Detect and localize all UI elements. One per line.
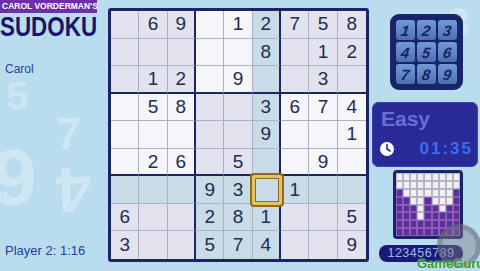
cell-r2c7[interactable] — [281, 39, 309, 67]
cell-r4c5[interactable] — [224, 94, 252, 122]
sudoku-grid: 691275881212935836749126599316281535749 — [111, 11, 366, 259]
numpad-button-9[interactable]: 9 — [438, 64, 457, 84]
cell-r9c3[interactable] — [168, 231, 196, 259]
player-name-label: Carol — [5, 62, 34, 76]
cell-r8c7[interactable] — [281, 204, 309, 232]
hist-cell-digit7-row6 — [439, 212, 446, 220]
cell-r4c4[interactable] — [196, 94, 224, 122]
cell-r6c4[interactable] — [196, 149, 224, 177]
cell-r4c2[interactable]: 5 — [139, 94, 167, 122]
numpad-digit: 1 — [400, 22, 411, 39]
cell-r5c7[interactable] — [281, 121, 309, 149]
cell-r4c6[interactable]: 3 — [253, 94, 281, 122]
numpad-digit: 5 — [421, 44, 432, 61]
numpad-digit: 2 — [421, 22, 432, 39]
hist-cell-digit5-row3 — [424, 189, 431, 197]
cell-r6c3[interactable]: 6 — [168, 149, 196, 177]
timer-row: 01:35 — [379, 139, 473, 159]
numpad-button-2[interactable]: 2 — [417, 20, 436, 40]
numpad-button-1[interactable]: 1 — [396, 20, 415, 40]
sudoku-board: 691275881212935836749126599316281535749 — [108, 8, 369, 262]
cell-r3c8[interactable]: 3 — [309, 66, 337, 94]
hist-cell-digit9-row2 — [453, 181, 460, 189]
cell-r6c7[interactable] — [281, 149, 309, 177]
hist-cell-digit5-row7 — [424, 220, 431, 228]
cell-r1c7[interactable]: 7 — [281, 11, 309, 39]
hist-cell-digit6-row2 — [432, 181, 439, 189]
hist-cell-digit5-row5 — [424, 205, 431, 213]
cell-r1c1[interactable] — [111, 11, 139, 39]
cell-r1c6[interactable]: 2 — [253, 11, 281, 39]
cell-r5c1[interactable] — [111, 121, 139, 149]
cell-r5c2[interactable] — [139, 121, 167, 149]
hist-cell-digit7-row5 — [439, 205, 446, 213]
game-screen: { "game": "sudoku", "position": "0690127… — [0, 0, 480, 271]
numpad-digit: 6 — [442, 44, 453, 61]
cell-r3c7[interactable] — [281, 66, 309, 94]
hist-cell-digit4-row1 — [417, 173, 424, 181]
hist-cell-digit2-row4 — [403, 197, 410, 205]
cell-r4c1[interactable] — [111, 94, 139, 122]
cell-r7c6[interactable] — [253, 176, 281, 204]
hist-cell-digit2-row5 — [403, 205, 410, 213]
hist-cell-digit6-row5 — [432, 205, 439, 213]
hist-cell-digit3-row8 — [410, 228, 417, 236]
cell-r1c8[interactable]: 5 — [309, 11, 337, 39]
hist-cell-digit7-row1 — [439, 173, 446, 181]
background-digit-9: 9 — [0, 138, 37, 218]
cell-r2c8[interactable]: 1 — [309, 39, 337, 67]
cell-r2c1[interactable] — [111, 39, 139, 67]
cell-r9c4[interactable]: 5 — [196, 231, 224, 259]
cell-r5c8[interactable] — [309, 121, 337, 149]
hist-cell-digit8-row1 — [446, 173, 453, 181]
hist-cell-digit7-row7 — [439, 220, 446, 228]
hist-cell-digit7-row3 — [439, 189, 446, 197]
numpad-digit: 4 — [400, 44, 411, 61]
hist-cell-digit4-row3 — [417, 189, 424, 197]
hist-cell-digit1-row6 — [396, 212, 403, 220]
hist-cell-digit3-row6 — [410, 212, 417, 220]
hist-cell-digit4-row4 — [417, 197, 424, 205]
cell-r4c9[interactable]: 4 — [338, 94, 366, 122]
cell-r1c5[interactable]: 1 — [224, 11, 252, 39]
cell-r3c5[interactable]: 9 — [224, 66, 252, 94]
numpad-digit: 3 — [442, 22, 453, 39]
hist-cell-digit3-row4 — [410, 197, 417, 205]
timer-value: 01:35 — [395, 139, 473, 159]
hist-cell-digit6-row4 — [432, 197, 439, 205]
gameguru-watermark: GameGuru — [417, 256, 480, 271]
hist-cell-digit2-row8 — [403, 228, 410, 236]
hist-cell-digit6-row3 — [432, 189, 439, 197]
digit-count-histogram — [393, 170, 463, 239]
hist-cell-digit7-row8 — [439, 228, 446, 236]
hist-cell-digit2-row3 — [403, 189, 410, 197]
hist-cell-digit1-row3 — [396, 189, 403, 197]
hist-cell-digit5-row2 — [424, 181, 431, 189]
numpad-button-3[interactable]: 3 — [438, 20, 457, 40]
info-panel: Easy 01:35 — [372, 102, 478, 167]
numpad-button-6[interactable]: 6 — [438, 42, 457, 62]
cell-r1c4[interactable] — [196, 11, 224, 39]
cell-r5c3[interactable] — [168, 121, 196, 149]
hist-cell-digit5-row4 — [424, 197, 431, 205]
hist-cell-digit9-row7 — [453, 220, 460, 228]
cell-r6c5[interactable]: 5 — [224, 149, 252, 177]
hist-cell-digit3-row5 — [410, 205, 417, 213]
hist-cell-digit8-row8 — [446, 228, 453, 236]
hist-cell-digit7-row4 — [439, 197, 446, 205]
cell-r5c9[interactable]: 1 — [338, 121, 366, 149]
cell-r9c6[interactable]: 4 — [253, 231, 281, 259]
hist-cell-digit6-row7 — [432, 220, 439, 228]
background-digit-4: 4 — [55, 157, 93, 222]
hist-cell-digit5-row8 — [424, 228, 431, 236]
cell-r7c1[interactable] — [111, 176, 139, 204]
hist-cell-digit9-row6 — [453, 212, 460, 220]
cell-r3c4[interactable] — [196, 66, 224, 94]
hist-cell-digit8-row2 — [446, 181, 453, 189]
cell-r7c3[interactable] — [168, 176, 196, 204]
number-pad: 123456789 — [390, 14, 463, 90]
cell-r2c2[interactable] — [139, 39, 167, 67]
hist-cell-digit1-row5 — [396, 205, 403, 213]
cell-r8c8[interactable] — [309, 204, 337, 232]
hist-cell-digit8-row7 — [446, 220, 453, 228]
hist-cell-digit5-row6 — [424, 212, 431, 220]
clock-icon — [379, 141, 395, 157]
hist-cell-digit2-row6 — [403, 212, 410, 220]
cell-r5c6[interactable]: 9 — [253, 121, 281, 149]
numpad-digit: 7 — [400, 66, 411, 83]
hist-cell-digit9-row1 — [453, 173, 460, 181]
numpad-digit: 8 — [421, 66, 432, 83]
hist-cell-digit1-row2 — [396, 181, 403, 189]
hist-cell-digit4-row2 — [417, 181, 424, 189]
cell-r9c7[interactable] — [281, 231, 309, 259]
hist-cell-digit6-row1 — [432, 173, 439, 181]
cell-r9c1[interactable]: 3 — [111, 231, 139, 259]
player-turn-status: Player 2: 1:16 — [5, 243, 85, 258]
cell-r3c2[interactable]: 1 — [139, 66, 167, 94]
hist-cell-digit4-row7 — [417, 220, 424, 228]
cell-r7c5[interactable]: 3 — [224, 176, 252, 204]
cell-r7c9[interactable] — [338, 176, 366, 204]
hist-cell-digit3-row2 — [410, 181, 417, 189]
cell-r6c9[interactable] — [338, 149, 366, 177]
hist-cell-digit2-row7 — [403, 220, 410, 228]
numpad-digit: 9 — [442, 66, 453, 83]
game-title: SUDOKU — [0, 11, 97, 43]
hist-cell-digit6-row6 — [432, 212, 439, 220]
hist-cell-digit8-row3 — [446, 189, 453, 197]
cell-r8c3[interactable] — [168, 204, 196, 232]
hist-cell-digit4-row8 — [417, 228, 424, 236]
hist-cell-digit9-row8 — [453, 228, 460, 236]
numpad-button-8[interactable]: 8 — [417, 64, 436, 84]
cell-r8c2[interactable] — [139, 204, 167, 232]
cell-r6c2[interactable]: 2 — [139, 149, 167, 177]
numpad-button-5[interactable]: 5 — [417, 42, 436, 62]
cell-r7c8[interactable] — [309, 176, 337, 204]
cell-r2c5[interactable] — [224, 39, 252, 67]
hist-cell-digit8-row4 — [446, 197, 453, 205]
cell-r8c4[interactable]: 2 — [196, 204, 224, 232]
hist-cell-digit7-row2 — [439, 181, 446, 189]
hist-cell-digit1-row4 — [396, 197, 403, 205]
hist-cell-digit8-row6 — [446, 212, 453, 220]
numpad-button-7[interactable]: 7 — [396, 64, 415, 84]
cell-r8c6[interactable]: 1 — [253, 204, 281, 232]
cell-r4c8[interactable]: 7 — [309, 94, 337, 122]
cell-r9c8[interactable] — [309, 231, 337, 259]
cell-r2c9[interactable]: 2 — [338, 39, 366, 67]
background-digit-7: 7 — [56, 112, 80, 156]
hist-cell-digit2-row2 — [403, 181, 410, 189]
cell-r1c9[interactable]: 8 — [338, 11, 366, 39]
cell-r6c1[interactable] — [111, 149, 139, 177]
cell-r4c3[interactable]: 8 — [168, 94, 196, 122]
cell-r4c7[interactable]: 6 — [281, 94, 309, 122]
cell-r8c5[interactable]: 8 — [224, 204, 252, 232]
hist-cell-digit1-row7 — [396, 220, 403, 228]
numpad-button-4[interactable]: 4 — [396, 42, 415, 62]
cell-r7c2[interactable] — [139, 176, 167, 204]
hist-cell-digit8-row5 — [446, 205, 453, 213]
cell-r9c2[interactable] — [139, 231, 167, 259]
hist-cell-digit3-row1 — [410, 173, 417, 181]
cell-r8c1[interactable]: 6 — [111, 204, 139, 232]
hist-cell-digit9-row4 — [453, 197, 460, 205]
hist-cell-digit2-row1 — [403, 173, 410, 181]
cell-r9c5[interactable]: 7 — [224, 231, 252, 259]
cell-r1c2[interactable]: 6 — [139, 11, 167, 39]
hist-cell-digit9-row5 — [453, 205, 460, 213]
cell-r7c4[interactable]: 9 — [196, 176, 224, 204]
cell-r8c9[interactable]: 5 — [338, 204, 366, 232]
cell-r5c4[interactable] — [196, 121, 224, 149]
difficulty-label: Easy — [381, 107, 430, 131]
cell-r6c8[interactable]: 9 — [309, 149, 337, 177]
background-digit-5: 5 — [6, 76, 28, 116]
hist-cell-digit4-row6 — [417, 212, 424, 220]
cell-r3c6[interactable] — [253, 66, 281, 94]
cell-r6c6[interactable] — [253, 149, 281, 177]
hist-cell-digit3-row3 — [410, 189, 417, 197]
cell-r1c3[interactable]: 9 — [168, 11, 196, 39]
hist-cell-digit1-row1 — [396, 173, 403, 181]
hist-cell-digit3-row7 — [410, 220, 417, 228]
hist-cell-digit4-row5 — [417, 205, 424, 213]
cell-r2c3[interactable] — [168, 39, 196, 67]
cell-r2c6[interactable]: 8 — [253, 39, 281, 67]
cell-r3c3[interactable]: 2 — [168, 66, 196, 94]
cell-r7c7[interactable]: 1 — [281, 176, 309, 204]
cell-r9c9[interactable]: 9 — [338, 231, 366, 259]
hist-cell-digit1-row8 — [396, 228, 403, 236]
hist-cell-digit9-row3 — [453, 189, 460, 197]
cell-r3c1[interactable] — [111, 66, 139, 94]
hist-cell-digit5-row1 — [424, 173, 431, 181]
cell-r3c9[interactable] — [338, 66, 366, 94]
cell-r5c5[interactable] — [224, 121, 252, 149]
hist-cell-digit6-row8 — [432, 228, 439, 236]
cell-r2c4[interactable] — [196, 39, 224, 67]
